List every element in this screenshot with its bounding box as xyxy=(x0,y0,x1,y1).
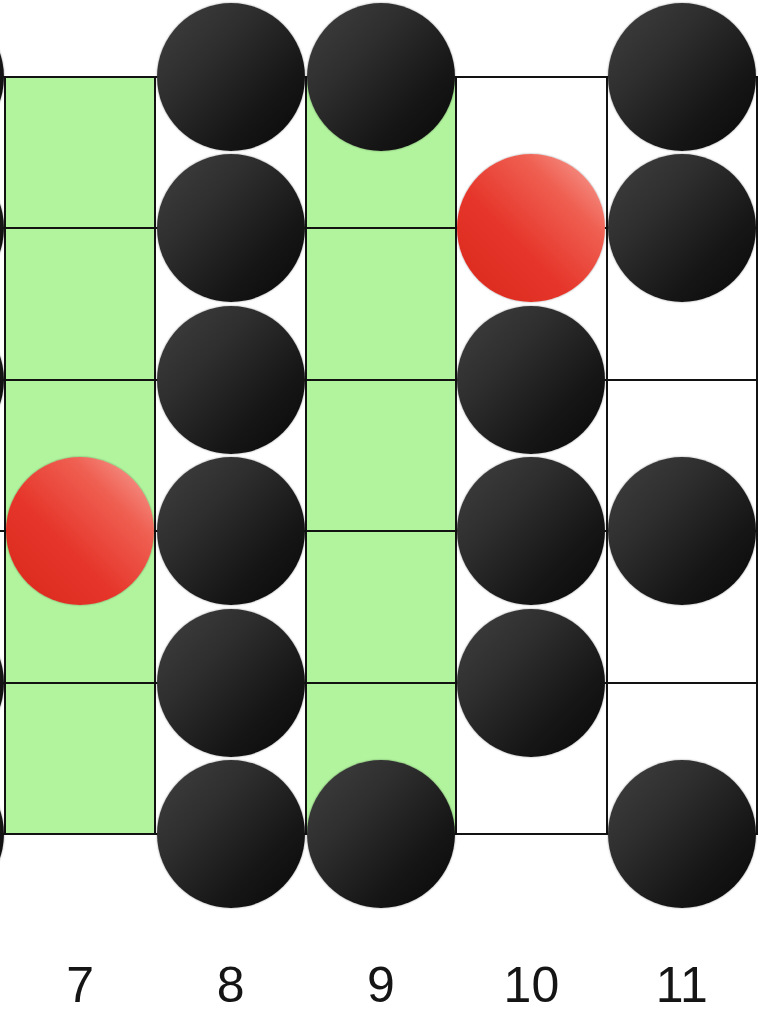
fret-line-3 xyxy=(455,77,457,834)
note-dot-f11-s2[interactable] xyxy=(608,154,756,302)
note-dot-f10-s3[interactable] xyxy=(457,306,605,454)
string-line-3 xyxy=(0,379,758,381)
fret-label-11: 11 xyxy=(607,957,757,1013)
note-dot-f10-s5[interactable] xyxy=(457,609,605,757)
fret-line-2 xyxy=(305,77,307,834)
note-dot-f8-s1[interactable] xyxy=(157,3,305,151)
note-dot-f10-s4[interactable] xyxy=(457,457,605,605)
fret-label-7: 7 xyxy=(5,957,155,1013)
string-line-5 xyxy=(0,682,758,684)
fret-column-7[interactable] xyxy=(5,77,155,834)
note-dot-f8-s6[interactable] xyxy=(157,760,305,908)
note-dot-f8-s5[interactable] xyxy=(157,609,305,757)
fretboard-diagram: 7 8 9 10 11 xyxy=(0,0,761,1024)
root-note-dot-f10-s2[interactable] xyxy=(457,154,605,302)
note-dot-f9-s1[interactable] xyxy=(307,3,455,151)
note-dot-f11-s6[interactable] xyxy=(608,760,756,908)
fret-label-10: 10 xyxy=(456,957,606,1013)
fret-line-0 xyxy=(4,77,6,834)
note-dot-f8-s4[interactable] xyxy=(157,457,305,605)
note-dot-f8-s2[interactable] xyxy=(157,154,305,302)
fret-label-8: 8 xyxy=(156,957,306,1013)
root-note-dot-f7-s4[interactable] xyxy=(6,457,154,605)
note-dot-f9-s6[interactable] xyxy=(307,760,455,908)
fret-label-9: 9 xyxy=(306,957,456,1013)
note-dot-f11-s1[interactable] xyxy=(608,3,756,151)
note-dot-f11-s4[interactable] xyxy=(608,457,756,605)
fret-line-4 xyxy=(606,77,608,834)
fret-line-1 xyxy=(154,77,156,834)
fret-line-5 xyxy=(756,77,758,834)
fret-column-9[interactable] xyxy=(306,77,456,834)
note-dot-f8-s3[interactable] xyxy=(157,306,305,454)
